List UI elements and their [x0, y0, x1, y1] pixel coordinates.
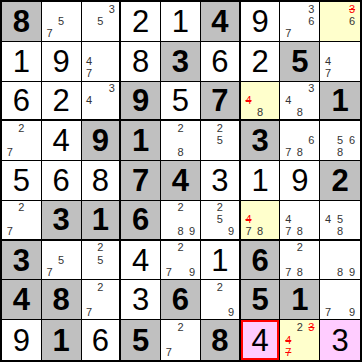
candidate-8: 8 — [254, 106, 266, 118]
solved-digit: 1 — [13, 46, 30, 77]
cell-r8c2[interactable]: 8 — [42, 280, 82, 320]
cell-r4c8[interactable]: 678 — [280, 121, 320, 161]
candidate-9: 9 — [346, 306, 358, 318]
cell-r1c6[interactable]: 4 — [201, 2, 241, 42]
given-digit: 1 — [132, 125, 149, 156]
candidate-7: 7 — [243, 226, 255, 238]
pencil-marks: 278 — [282, 242, 317, 279]
cell-r6c8[interactable]: 478 — [280, 201, 320, 241]
solved-digit: 9 — [291, 165, 308, 196]
candidate-2: 2 — [95, 281, 106, 293]
solved-digit: 2 — [132, 6, 149, 37]
cell-r6c9[interactable]: 458 — [320, 201, 360, 241]
cell-r6c1[interactable]: 27 — [2, 201, 42, 241]
candidate-2: 2 — [16, 122, 28, 134]
candidate-7: 7 — [163, 346, 175, 359]
candidate-5: 5 — [95, 15, 106, 27]
candidate-5: 5 — [55, 15, 67, 27]
cell-r4c9[interactable]: 568 — [320, 121, 360, 161]
candidate-4: 4 — [282, 214, 294, 226]
given-digit: 8 — [211, 325, 228, 356]
given-digit: 9 — [132, 85, 149, 116]
cell-r6c3[interactable]: 1 — [82, 201, 122, 241]
candidate-7: 7 — [4, 226, 16, 238]
solved-digit: 3 — [211, 165, 228, 196]
cell-r5c6[interactable]: 3 — [201, 161, 241, 201]
candidate-7: 7 — [4, 147, 16, 159]
candidate-5: 5 — [95, 254, 106, 266]
candidate-9: 9 — [225, 226, 236, 238]
cell-r4c3[interactable]: 9 — [82, 121, 122, 161]
given-digit: 2 — [331, 165, 348, 196]
solved-digit: 8 — [92, 165, 109, 196]
candidate-8: 8 — [294, 106, 306, 118]
candidate-7: 7 — [282, 226, 294, 238]
solved-digit: 4 — [251, 325, 268, 356]
cell-r2c5[interactable]: 3 — [161, 42, 201, 82]
candidate-2: 2 — [175, 202, 187, 214]
solved-digit: 4 — [53, 125, 70, 156]
candidate-3: 3 — [106, 83, 117, 95]
cell-r8c5[interactable]: 6 — [161, 280, 201, 320]
given-digit: 3 — [172, 46, 189, 77]
candidate-6: 6 — [306, 15, 318, 27]
cell-r5c1[interactable]: 5 — [2, 161, 42, 201]
candidate-8: 8 — [294, 226, 306, 238]
given-digit: 8 — [13, 6, 30, 37]
cell-r1c2[interactable]: 57 — [42, 2, 82, 42]
solved-digit: 1 — [172, 6, 189, 37]
pencil-marks: 47 — [84, 43, 118, 80]
candidate-7: 7 — [322, 306, 334, 318]
candidate-9: 9 — [186, 226, 198, 238]
given-digit: 6 — [251, 245, 268, 276]
candidate-7: 7 — [322, 67, 334, 79]
eliminated-candidate-7: 7 — [282, 346, 294, 359]
candidate-2: 2 — [175, 242, 187, 254]
cell-r6c4[interactable]: 6 — [121, 201, 161, 241]
cell-r2c3[interactable]: 47 — [82, 42, 122, 82]
cell-r5c4[interactable]: 7 — [121, 161, 161, 201]
pencil-marks: 48 — [243, 83, 278, 119]
pencil-marks: 57 — [44, 3, 79, 40]
given-digit: 1 — [53, 325, 70, 356]
cell-r9c7[interactable]: 4 — [241, 320, 281, 360]
cell-r7c6[interactable]: 1 — [201, 241, 241, 281]
cell-r7c9[interactable]: 89 — [320, 241, 360, 281]
cell-r2c9[interactable]: 47 — [320, 42, 360, 82]
given-digit: 8 — [53, 284, 70, 315]
candidate-3: 3 — [306, 3, 318, 15]
cell-r1c8[interactable]: 367 — [280, 2, 320, 42]
given-digit: 7 — [211, 85, 228, 116]
given-digit: 3 — [13, 245, 30, 276]
candidate-9: 9 — [346, 266, 358, 278]
given-digit: 6 — [132, 204, 149, 235]
solved-digit: 5 — [13, 165, 30, 196]
candidate-2: 2 — [95, 242, 106, 254]
candidate-7: 7 — [84, 67, 95, 79]
cell-r3c8[interactable]: 348 — [280, 82, 320, 122]
pencil-marks: 29 — [203, 281, 237, 318]
eliminated-candidate-3: 3 — [306, 321, 318, 334]
cell-r3c6[interactable]: 7 — [201, 82, 241, 122]
candidate-3: 3 — [106, 3, 117, 15]
given-digit: 4 — [13, 284, 30, 315]
cell-r2c4[interactable]: 8 — [121, 42, 161, 82]
candidate-7: 7 — [44, 28, 56, 40]
cell-r3c2[interactable]: 2 — [42, 82, 82, 122]
cell-r2c2[interactable]: 9 — [42, 42, 82, 82]
candidate-4: 4 — [84, 94, 95, 106]
pencil-marks: 568 — [322, 122, 358, 159]
cell-r5c2[interactable]: 6 — [42, 161, 82, 201]
candidate-7: 7 — [44, 266, 56, 278]
solved-digit: 8 — [132, 46, 149, 77]
cell-r8c8[interactable]: 1 — [280, 280, 320, 320]
pencil-marks: 25 — [203, 122, 237, 159]
pencil-marks: 36 — [322, 3, 358, 40]
cell-r2c7[interactable]: 2 — [241, 42, 281, 82]
candidate-4: 4 — [84, 55, 95, 67]
candidate-2: 2 — [294, 242, 306, 254]
cell-r9c8[interactable]: 2347 — [280, 320, 320, 360]
cell-r9c5[interactable]: 27 — [161, 320, 201, 360]
candidate-8: 8 — [254, 226, 266, 238]
cell-r8c3[interactable]: 27 — [82, 280, 122, 320]
cell-r1c4[interactable]: 2 — [121, 2, 161, 42]
solved-digit: 6 — [13, 85, 30, 116]
candidate-4: 4 — [322, 214, 334, 226]
cell-r5c3[interactable]: 8 — [82, 161, 122, 201]
candidate-7: 7 — [282, 147, 294, 159]
given-digit: 5 — [291, 46, 308, 77]
cell-r4c6[interactable]: 25 — [201, 121, 241, 161]
eliminated-candidate-3: 3 — [346, 3, 358, 15]
given-digit: 3 — [251, 125, 268, 156]
cell-r7c3[interactable]: 25 — [82, 241, 122, 281]
given-digit: 9 — [92, 125, 109, 156]
given-digit: 6 — [172, 284, 189, 315]
cell-r3c9[interactable]: 1 — [320, 82, 360, 122]
cell-r9c9[interactable]: 3 — [320, 320, 360, 360]
pencil-marks: 47 — [322, 43, 358, 80]
cell-r5c7[interactable]: 1 — [241, 161, 281, 201]
candidate-5: 5 — [334, 214, 346, 226]
candidate-5: 5 — [55, 254, 67, 266]
candidate-2: 2 — [16, 202, 28, 214]
cell-r2c1[interactable]: 1 — [2, 42, 42, 82]
cell-r8c7[interactable]: 5 — [241, 280, 281, 320]
cell-r9c3[interactable]: 6 — [82, 320, 122, 360]
pencil-marks: 27 — [4, 202, 39, 238]
pencil-marks: 27 — [84, 281, 118, 318]
candidate-2: 2 — [175, 321, 187, 334]
candidate-8: 8 — [175, 147, 187, 159]
given-digit: 5 — [251, 284, 268, 315]
cell-r4c1[interactable]: 27 — [2, 121, 42, 161]
candidate-8: 8 — [334, 147, 346, 159]
solved-digit: 2 — [53, 85, 70, 116]
given-digit: 3 — [53, 204, 70, 235]
candidate-2: 2 — [294, 321, 306, 334]
solved-digit: 6 — [92, 325, 109, 356]
pencil-marks: 89 — [322, 242, 358, 279]
cell-r3c1[interactable]: 6 — [2, 82, 42, 122]
candidate-9: 9 — [225, 306, 236, 318]
cell-r8c4[interactable]: 3 — [121, 280, 161, 320]
cell-r6c6[interactable]: 259 — [201, 201, 241, 241]
candidate-7: 7 — [84, 306, 95, 318]
pencil-marks: 478 — [282, 202, 317, 238]
candidate-5: 5 — [334, 135, 346, 147]
cell-r7c2[interactable]: 57 — [42, 241, 82, 281]
cell-r1c9[interactable]: 36 — [320, 2, 360, 42]
pencil-marks: 478 — [243, 202, 278, 238]
eliminated-candidate-4: 4 — [243, 214, 255, 226]
cell-r2c6[interactable]: 6 — [201, 42, 241, 82]
pencil-marks: 28 — [163, 122, 198, 159]
candidate-6: 6 — [346, 15, 358, 27]
pencil-marks: 458 — [322, 202, 358, 238]
pencil-marks: 678 — [282, 122, 317, 159]
candidate-3: 3 — [306, 83, 318, 95]
candidate-5: 5 — [214, 135, 225, 147]
cell-r6c7[interactable]: 478 — [241, 201, 281, 241]
candidate-2: 2 — [214, 281, 225, 293]
cell-r9c4[interactable]: 5 — [121, 320, 161, 360]
cell-r7c5[interactable]: 279 — [161, 241, 201, 281]
cell-r4c5[interactable]: 28 — [161, 121, 201, 161]
cell-r8c6[interactable]: 29 — [201, 280, 241, 320]
candidate-8: 8 — [294, 266, 306, 278]
solved-digit: 1 — [211, 245, 228, 276]
pencil-marks: 289 — [163, 202, 198, 238]
cell-r7c4[interactable]: 4 — [121, 241, 161, 281]
cell-r5c8[interactable]: 9 — [280, 161, 320, 201]
given-digit: 4 — [172, 165, 189, 196]
pencil-marks: 35 — [84, 3, 118, 40]
cell-r1c3[interactable]: 35 — [82, 2, 122, 42]
given-digit: 4 — [211, 6, 228, 37]
solved-digit: 9 — [53, 46, 70, 77]
pencil-marks: 25 — [84, 242, 118, 279]
candidate-2: 2 — [214, 122, 225, 134]
cell-r5c5[interactable]: 4 — [161, 161, 201, 201]
eliminated-candidate-4: 4 — [243, 94, 255, 106]
solved-digit: 2 — [251, 46, 268, 77]
candidate-8: 8 — [334, 266, 346, 278]
cell-r4c7[interactable]: 3 — [241, 121, 281, 161]
cell-r3c5[interactable]: 5 — [161, 82, 201, 122]
pencil-marks: 79 — [322, 281, 358, 318]
cell-r9c2[interactable]: 1 — [42, 320, 82, 360]
solved-digit: 5 — [172, 85, 189, 116]
candidate-7: 7 — [163, 266, 175, 278]
cell-r1c7[interactable]: 9 — [241, 2, 281, 42]
candidate-8: 8 — [334, 226, 346, 238]
cell-r3c3[interactable]: 34 — [82, 82, 122, 122]
given-digit: 7 — [132, 165, 149, 196]
pencil-marks: 259 — [203, 202, 237, 238]
solved-digit: 3 — [331, 325, 348, 356]
pencil-marks: 27 — [163, 321, 198, 359]
solved-digit: 9 — [251, 6, 268, 37]
candidate-2: 2 — [214, 202, 225, 214]
pencil-marks: 27 — [4, 122, 39, 159]
pencil-marks: 34 — [84, 83, 118, 119]
pencil-marks: 57 — [44, 242, 79, 279]
cell-r3c4[interactable]: 9 — [121, 82, 161, 122]
pencil-marks: 367 — [282, 3, 317, 40]
cell-r2c8[interactable]: 5 — [280, 42, 320, 82]
given-digit: 1 — [331, 85, 348, 116]
cell-r9c1[interactable]: 9 — [2, 320, 42, 360]
solved-digit: 4 — [132, 245, 149, 276]
cell-r8c9[interactable]: 79 — [320, 280, 360, 320]
candidate-7: 7 — [282, 266, 294, 278]
candidate-8: 8 — [175, 226, 187, 238]
cell-r3c7[interactable]: 48 — [241, 82, 281, 122]
solved-digit: 6 — [211, 46, 228, 77]
given-digit: 1 — [291, 284, 308, 315]
candidate-9: 9 — [186, 266, 198, 278]
cell-r4c2[interactable]: 4 — [42, 121, 82, 161]
candidate-2: 2 — [175, 122, 187, 134]
candidate-4: 4 — [282, 94, 294, 106]
pencil-marks: 279 — [163, 242, 198, 279]
solved-digit: 9 — [13, 325, 30, 356]
pencil-marks: 2347 — [282, 321, 317, 359]
candidate-7: 7 — [282, 28, 294, 40]
cell-r5c9[interactable]: 2 — [320, 161, 360, 201]
pencil-marks: 348 — [282, 83, 317, 119]
cell-r6c5[interactable]: 289 — [161, 201, 201, 241]
cell-r6c2[interactable]: 3 — [42, 201, 82, 241]
solved-digit: 3 — [132, 284, 149, 315]
cell-r7c8[interactable]: 278 — [280, 241, 320, 281]
candidate-6: 6 — [346, 135, 358, 147]
given-digit: 1 — [92, 204, 109, 235]
eliminated-candidate-4: 4 — [282, 334, 294, 347]
given-digit: 5 — [132, 325, 149, 356]
cell-r9c6[interactable]: 8 — [201, 320, 241, 360]
solved-digit: 6 — [53, 165, 70, 196]
candidate-8: 8 — [294, 147, 306, 159]
cell-r1c5[interactable]: 1 — [161, 2, 201, 42]
sudoku-board: 8573521493673619478362547623495748348127… — [0, 0, 362, 362]
cell-r4c4[interactable]: 1 — [121, 121, 161, 161]
cell-r7c7[interactable]: 6 — [241, 241, 281, 281]
cell-r7c1[interactable]: 3 — [2, 241, 42, 281]
candidate-4: 4 — [322, 55, 334, 67]
candidate-5: 5 — [214, 214, 225, 226]
cell-r1c1[interactable]: 8 — [2, 2, 42, 42]
candidate-6: 6 — [306, 135, 318, 147]
solved-digit: 1 — [251, 165, 268, 196]
cell-r8c1[interactable]: 4 — [2, 280, 42, 320]
